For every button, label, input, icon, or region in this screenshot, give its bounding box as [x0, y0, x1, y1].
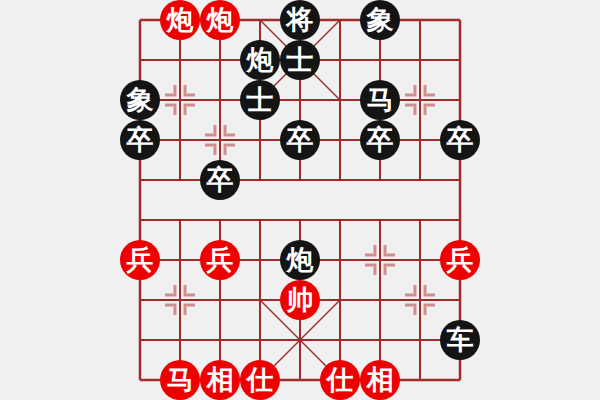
piece-black-general[interactable]: 将: [280, 0, 320, 40]
piece-black-advisor-2[interactable]: 士: [240, 80, 280, 120]
piece-red-elephant-1[interactable]: 相: [200, 360, 240, 400]
piece-black-advisor-1[interactable]: 士: [280, 40, 320, 80]
piece-black-cannon-1[interactable]: 炮: [240, 40, 280, 80]
piece-red-pawn-2[interactable]: 兵: [200, 240, 240, 280]
piece-black-horse-1[interactable]: 马: [360, 80, 400, 120]
piece-red-cannon-1[interactable]: 炮: [160, 0, 200, 40]
xiangqi-board: 炮炮将象炮士象士马卒卒卒卒卒兵兵炮兵帅车马相仕仕相: [0, 0, 600, 400]
piece-red-pawn-1[interactable]: 兵: [120, 240, 160, 280]
piece-red-horse-1[interactable]: 马: [160, 360, 200, 400]
piece-black-soldier-2[interactable]: 卒: [280, 120, 320, 160]
piece-red-advisor-1[interactable]: 仕: [240, 360, 280, 400]
board-intersection-grid: 炮炮将象炮士象士马卒卒卒卒卒兵兵炮兵帅车马相仕仕相: [120, 0, 480, 400]
piece-black-soldier-1[interactable]: 卒: [120, 120, 160, 160]
piece-black-cannon-2[interactable]: 炮: [280, 240, 320, 280]
piece-black-soldier-4[interactable]: 卒: [440, 120, 480, 160]
piece-red-pawn-3[interactable]: 兵: [440, 240, 480, 280]
piece-black-elephant-2[interactable]: 象: [120, 80, 160, 120]
piece-red-general[interactable]: 帅: [280, 280, 320, 320]
piece-black-elephant-1[interactable]: 象: [360, 0, 400, 40]
piece-red-elephant-2[interactable]: 相: [360, 360, 400, 400]
piece-red-cannon-2[interactable]: 炮: [200, 0, 240, 40]
piece-black-chariot[interactable]: 车: [440, 320, 480, 360]
piece-black-soldier-5[interactable]: 卒: [200, 160, 240, 200]
piece-red-advisor-2[interactable]: 仕: [320, 360, 360, 400]
piece-black-soldier-3[interactable]: 卒: [360, 120, 400, 160]
